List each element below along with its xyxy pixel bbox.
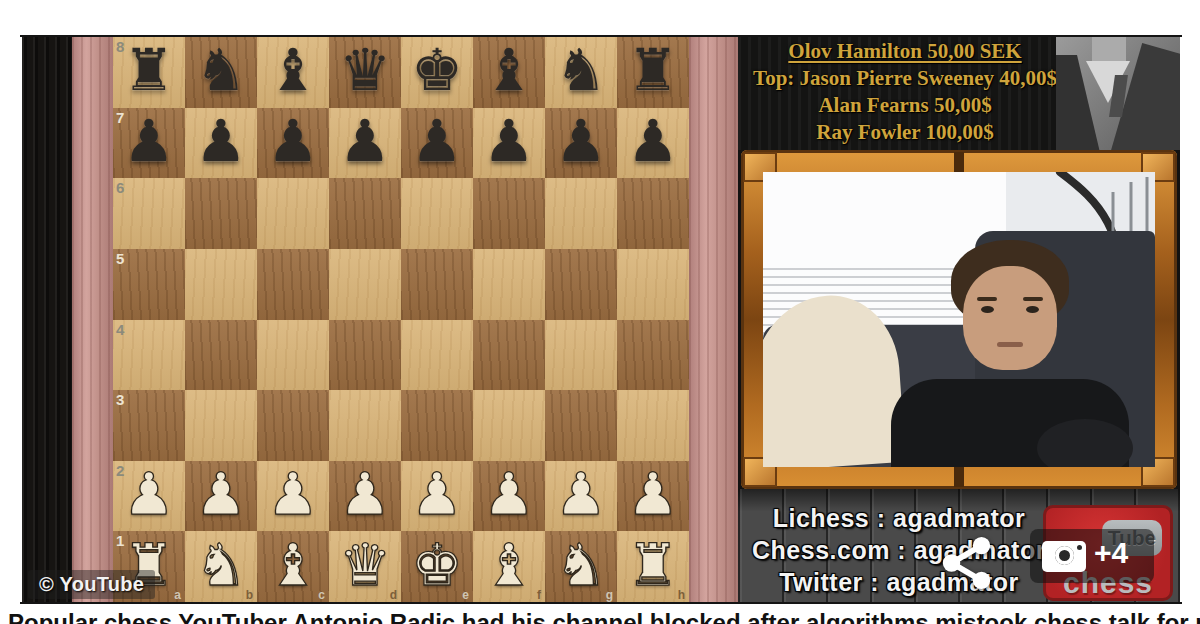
square-a5: 5 — [113, 249, 185, 320]
file-label: c — [318, 588, 325, 602]
social-line: Twitter : agadmator — [743, 566, 1055, 598]
donation-line: Alan Fearns 50,00$ — [740, 92, 1070, 119]
black-pawn-piece: ♟ — [195, 112, 247, 170]
square-c2: ♟ — [257, 461, 329, 532]
square-g7: ♟ — [545, 108, 617, 179]
black-pawn-piece: ♟ — [267, 112, 319, 170]
eyebrow — [1023, 297, 1043, 301]
file-label: a — [174, 588, 181, 602]
square-d7: ♟ — [329, 108, 401, 179]
eye — [981, 306, 994, 313]
square-c7: ♟ — [257, 108, 329, 179]
square-d5 — [329, 249, 401, 320]
square-c6 — [257, 178, 329, 249]
camera-icon — [1042, 541, 1086, 572]
square-c5 — [257, 249, 329, 320]
white-pawn-piece: ♟ — [411, 465, 463, 523]
square-h6 — [617, 178, 689, 249]
board-frame-right — [689, 37, 738, 602]
square-a8: 8♜ — [113, 37, 185, 108]
square-a3: 3 — [113, 390, 185, 461]
square-f6 — [473, 178, 545, 249]
white-pawn-piece: ♟ — [555, 465, 607, 523]
square-h4 — [617, 320, 689, 391]
square-h7: ♟ — [617, 108, 689, 179]
square-e2: ♟ — [401, 461, 473, 532]
social-handles: Lichess : agadmatorChess.com : agadmator… — [743, 502, 1055, 598]
square-f2: ♟ — [473, 461, 545, 532]
camera-lens — [1055, 546, 1074, 565]
square-e8: ♚ — [401, 37, 473, 108]
square-g2: ♟ — [545, 461, 617, 532]
white-pawn-piece: ♟ — [123, 465, 175, 523]
square-e7: ♟ — [401, 108, 473, 179]
gallery-overlay[interactable]: +4 — [1030, 529, 1154, 583]
black-rook-piece: ♜ — [627, 41, 679, 99]
mouth — [997, 342, 1023, 347]
square-f5 — [473, 249, 545, 320]
file-label: f — [537, 588, 541, 602]
rank-label: 4 — [116, 321, 124, 338]
black-pawn-piece: ♟ — [339, 112, 391, 170]
square-h1: h♜ — [617, 531, 689, 602]
video-screenshot[interactable]: 8♜♞♝♛♚♝♞♜7♟♟♟♟♟♟♟♟65432♟♟♟♟♟♟♟♟1a♜b♞c♝d♛… — [22, 37, 1180, 602]
square-h8: ♜ — [617, 37, 689, 108]
square-b4 — [185, 320, 257, 391]
webcam-frame — [741, 150, 1177, 489]
white-rook-piece: ♜ — [627, 536, 679, 594]
white-bishop-piece: ♝ — [267, 536, 319, 594]
square-g3 — [545, 390, 617, 461]
black-pawn-piece: ♟ — [411, 112, 463, 170]
black-queen-piece: ♛ — [339, 41, 391, 99]
donations-panel: Olov Hamilton 50,00 SEKTop: Jason Pierre… — [738, 37, 1180, 150]
square-g4 — [545, 320, 617, 391]
square-e6 — [401, 178, 473, 249]
square-d6 — [329, 178, 401, 249]
square-b5 — [185, 249, 257, 320]
square-d2: ♟ — [329, 461, 401, 532]
rank-label: 5 — [116, 250, 124, 267]
square-b6 — [185, 178, 257, 249]
white-king-piece: ♚ — [411, 536, 463, 594]
rank-label: 3 — [116, 391, 124, 408]
square-e5 — [401, 249, 473, 320]
video-bottom-border — [20, 602, 1182, 604]
board-frame-left — [72, 37, 113, 602]
stream-right-panel: Olov Hamilton 50,00 SEKTop: Jason Pierre… — [738, 37, 1180, 602]
webcam-scene — [763, 172, 1155, 467]
black-bishop-piece: ♝ — [267, 41, 319, 99]
white-pawn-piece: ♟ — [627, 465, 679, 523]
square-a4: 4 — [113, 320, 185, 391]
square-b2: ♟ — [185, 461, 257, 532]
black-pawn-piece: ♟ — [555, 112, 607, 170]
square-c3 — [257, 390, 329, 461]
square-e1: e♚ — [401, 531, 473, 602]
donation-line: Olov Hamilton 50,00 SEK — [740, 38, 1070, 65]
share-icon[interactable] — [938, 534, 996, 592]
white-knight-piece: ♞ — [195, 536, 247, 594]
square-d3 — [329, 390, 401, 461]
white-bishop-piece: ♝ — [483, 536, 535, 594]
white-pawn-piece: ♟ — [267, 465, 319, 523]
square-c4 — [257, 320, 329, 391]
black-pawn-piece: ♟ — [627, 112, 679, 170]
vintage-chess-player-photo — [1056, 37, 1180, 150]
white-pawn-piece: ♟ — [339, 465, 391, 523]
square-g5 — [545, 249, 617, 320]
square-e4 — [401, 320, 473, 391]
square-d4 — [329, 320, 401, 391]
social-line: Chess.com : agadmator — [743, 534, 1055, 566]
black-knight-piece: ♞ — [195, 41, 247, 99]
chessboard: 8♜♞♝♛♚♝♞♜7♟♟♟♟♟♟♟♟65432♟♟♟♟♟♟♟♟1a♜b♞c♝d♛… — [113, 37, 689, 602]
square-f4 — [473, 320, 545, 391]
square-h3 — [617, 390, 689, 461]
square-b8: ♞ — [185, 37, 257, 108]
donation-line: Ray Fowler 100,00$ — [740, 119, 1070, 146]
square-b7: ♟ — [185, 108, 257, 179]
eye — [1026, 306, 1039, 313]
white-queen-piece: ♛ — [339, 536, 391, 594]
camera-flash-dot — [1077, 545, 1082, 550]
square-d1: d♛ — [329, 531, 401, 602]
black-pawn-piece: ♟ — [483, 112, 535, 170]
square-b3 — [185, 390, 257, 461]
white-knight-piece: ♞ — [555, 536, 607, 594]
square-b1: b♞ — [185, 531, 257, 602]
square-h2: ♟ — [617, 461, 689, 532]
black-bishop-piece: ♝ — [483, 41, 535, 99]
black-knight-piece: ♞ — [555, 41, 607, 99]
square-g1: g♞ — [545, 531, 617, 602]
square-a7: 7♟ — [113, 108, 185, 179]
frame-notch — [954, 152, 964, 174]
black-rook-piece: ♜ — [123, 41, 175, 99]
black-pawn-piece: ♟ — [123, 112, 175, 170]
eyebrow — [977, 297, 997, 301]
youtube-watermark: © YouTube — [28, 570, 155, 599]
square-c1: c♝ — [257, 531, 329, 602]
frame-notch — [954, 465, 964, 487]
article-caption: Popular chess YouTuber Antonio Radic had… — [8, 609, 1198, 624]
file-label: e — [462, 588, 469, 602]
square-e3 — [401, 390, 473, 461]
donation-line: Top: Jason Pierre Sweeney 40,00$ — [740, 65, 1070, 92]
white-pawn-piece: ♟ — [483, 465, 535, 523]
streamer-face — [963, 266, 1057, 370]
rank-label: 6 — [116, 179, 124, 196]
social-line: Lichess : agadmator — [743, 502, 1055, 534]
square-f3 — [473, 390, 545, 461]
square-f8: ♝ — [473, 37, 545, 108]
square-a6: 6 — [113, 178, 185, 249]
article-page: 8♜♞♝♛♚♝♞♜7♟♟♟♟♟♟♟♟65432♟♟♟♟♟♟♟♟1a♜b♞c♝d♛… — [0, 0, 1200, 624]
square-f7: ♟ — [473, 108, 545, 179]
square-h5 — [617, 249, 689, 320]
dark-wood-strip — [22, 37, 72, 602]
square-c8: ♝ — [257, 37, 329, 108]
square-f1: f♝ — [473, 531, 545, 602]
square-g6 — [545, 178, 617, 249]
black-king-piece: ♚ — [411, 41, 463, 99]
square-g8: ♞ — [545, 37, 617, 108]
gallery-count: +4 — [1094, 536, 1128, 570]
donation-list: Olov Hamilton 50,00 SEKTop: Jason Pierre… — [740, 38, 1070, 146]
white-pawn-piece: ♟ — [195, 465, 247, 523]
square-d8: ♛ — [329, 37, 401, 108]
square-a2: 2♟ — [113, 461, 185, 532]
